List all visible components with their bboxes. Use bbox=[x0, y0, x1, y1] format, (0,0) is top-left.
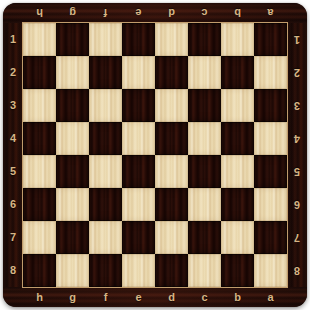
rank-label-right-2: 2 bbox=[287, 56, 307, 89]
square-e3[interactable] bbox=[122, 89, 155, 122]
square-c4[interactable] bbox=[188, 122, 221, 155]
square-g4[interactable] bbox=[56, 122, 89, 155]
square-d8[interactable] bbox=[155, 254, 188, 287]
square-b4[interactable] bbox=[221, 122, 254, 155]
square-h8[interactable] bbox=[23, 254, 56, 287]
square-g7[interactable] bbox=[56, 221, 89, 254]
square-f7[interactable] bbox=[89, 221, 122, 254]
rank-label-right-6: 6 bbox=[287, 188, 307, 221]
square-d3[interactable] bbox=[155, 89, 188, 122]
square-b5[interactable] bbox=[221, 155, 254, 188]
square-c6[interactable] bbox=[188, 188, 221, 221]
square-f3[interactable] bbox=[89, 89, 122, 122]
square-b8[interactable] bbox=[221, 254, 254, 287]
square-a1[interactable] bbox=[254, 23, 287, 56]
square-a7[interactable] bbox=[254, 221, 287, 254]
square-e4[interactable] bbox=[122, 122, 155, 155]
square-d5[interactable] bbox=[155, 155, 188, 188]
square-b7[interactable] bbox=[221, 221, 254, 254]
rank-label-right-8: 8 bbox=[287, 254, 307, 287]
square-g1[interactable] bbox=[56, 23, 89, 56]
page-background: hh11gg22ff33ee44dd55cc66bb77aa88 bbox=[0, 0, 310, 310]
square-h7[interactable] bbox=[23, 221, 56, 254]
square-e6[interactable] bbox=[122, 188, 155, 221]
rank-label-right-3: 3 bbox=[287, 89, 307, 122]
board-frame-top bbox=[3, 3, 307, 23]
square-f1[interactable] bbox=[89, 23, 122, 56]
square-a8[interactable] bbox=[254, 254, 287, 287]
square-g8[interactable] bbox=[56, 254, 89, 287]
square-c3[interactable] bbox=[188, 89, 221, 122]
square-a6[interactable] bbox=[254, 188, 287, 221]
square-d1[interactable] bbox=[155, 23, 188, 56]
square-c8[interactable] bbox=[188, 254, 221, 287]
rank-label-right-7: 7 bbox=[287, 221, 307, 254]
square-b2[interactable] bbox=[221, 56, 254, 89]
square-d2[interactable] bbox=[155, 56, 188, 89]
rank-label-left-6: 6 bbox=[3, 188, 23, 221]
square-h6[interactable] bbox=[23, 188, 56, 221]
rank-label-left-7: 7 bbox=[3, 221, 23, 254]
square-h2[interactable] bbox=[23, 56, 56, 89]
square-d6[interactable] bbox=[155, 188, 188, 221]
square-a5[interactable] bbox=[254, 155, 287, 188]
square-h3[interactable] bbox=[23, 89, 56, 122]
square-e1[interactable] bbox=[122, 23, 155, 56]
rank-label-left-8: 8 bbox=[3, 254, 23, 287]
square-f4[interactable] bbox=[89, 122, 122, 155]
rank-label-left-2: 2 bbox=[3, 56, 23, 89]
rank-label-right-5: 5 bbox=[287, 155, 307, 188]
rank-label-left-5: 5 bbox=[3, 155, 23, 188]
rank-label-left-3: 3 bbox=[3, 89, 23, 122]
board-frame-bottom bbox=[3, 287, 307, 307]
square-g5[interactable] bbox=[56, 155, 89, 188]
square-b3[interactable] bbox=[221, 89, 254, 122]
chess-board: hh11gg22ff33ee44dd55cc66bb77aa88 bbox=[3, 3, 307, 307]
square-e2[interactable] bbox=[122, 56, 155, 89]
square-g6[interactable] bbox=[56, 188, 89, 221]
square-f2[interactable] bbox=[89, 56, 122, 89]
square-a4[interactable] bbox=[254, 122, 287, 155]
rank-label-right-1: 1 bbox=[287, 23, 307, 56]
square-h4[interactable] bbox=[23, 122, 56, 155]
rank-label-right-4: 4 bbox=[287, 122, 307, 155]
square-g3[interactable] bbox=[56, 89, 89, 122]
square-g2[interactable] bbox=[56, 56, 89, 89]
square-e7[interactable] bbox=[122, 221, 155, 254]
square-b1[interactable] bbox=[221, 23, 254, 56]
square-c5[interactable] bbox=[188, 155, 221, 188]
square-e8[interactable] bbox=[122, 254, 155, 287]
square-e5[interactable] bbox=[122, 155, 155, 188]
square-c1[interactable] bbox=[188, 23, 221, 56]
square-c2[interactable] bbox=[188, 56, 221, 89]
square-f5[interactable] bbox=[89, 155, 122, 188]
square-f6[interactable] bbox=[89, 188, 122, 221]
square-d7[interactable] bbox=[155, 221, 188, 254]
square-f8[interactable] bbox=[89, 254, 122, 287]
square-h1[interactable] bbox=[23, 23, 56, 56]
square-d4[interactable] bbox=[155, 122, 188, 155]
square-a2[interactable] bbox=[254, 56, 287, 89]
square-a3[interactable] bbox=[254, 89, 287, 122]
rank-label-left-1: 1 bbox=[3, 23, 23, 56]
square-b6[interactable] bbox=[221, 188, 254, 221]
square-h5[interactable] bbox=[23, 155, 56, 188]
board-squares bbox=[23, 23, 287, 287]
square-c7[interactable] bbox=[188, 221, 221, 254]
rank-label-left-4: 4 bbox=[3, 122, 23, 155]
